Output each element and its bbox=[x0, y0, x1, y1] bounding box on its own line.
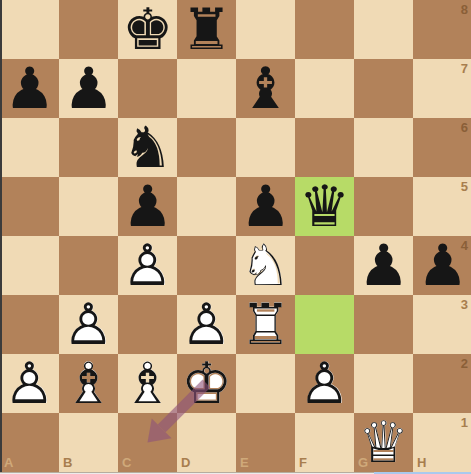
black-pawn[interactable]: ♟ bbox=[354, 236, 413, 295]
square-e5[interactable]: ♟ bbox=[236, 177, 295, 236]
square-a6[interactable] bbox=[0, 118, 59, 177]
square-d6[interactable] bbox=[177, 118, 236, 177]
black-bishop[interactable]: ♝ bbox=[236, 59, 295, 118]
square-c6[interactable]: ♞ bbox=[118, 118, 177, 177]
black-knight[interactable]: ♞ bbox=[118, 118, 177, 177]
rank-label-8: 8 bbox=[461, 2, 468, 17]
square-a2[interactable]: ♟♙ bbox=[0, 354, 59, 413]
square-c4[interactable]: ♟♙ bbox=[118, 236, 177, 295]
black-king[interactable]: ♚ bbox=[118, 0, 177, 59]
square-h5[interactable]: 5 bbox=[413, 177, 471, 236]
square-g1[interactable]: G♛♕ bbox=[354, 413, 413, 472]
file-label-e: E bbox=[240, 455, 249, 470]
file-label-c: C bbox=[122, 455, 131, 470]
square-b2[interactable]: ♝♗ bbox=[59, 354, 118, 413]
rank-label-2: 2 bbox=[461, 356, 468, 371]
square-f7[interactable] bbox=[295, 59, 354, 118]
square-h4[interactable]: 4♟ bbox=[413, 236, 471, 295]
square-a4[interactable] bbox=[0, 236, 59, 295]
square-h6[interactable]: 6 bbox=[413, 118, 471, 177]
rank-label-6: 6 bbox=[461, 120, 468, 135]
rank-label-5: 5 bbox=[461, 179, 468, 194]
square-d5[interactable] bbox=[177, 177, 236, 236]
square-d8[interactable]: ♜ bbox=[177, 0, 236, 59]
white-pawn-outline: ♙ bbox=[295, 354, 354, 413]
square-g8[interactable] bbox=[354, 0, 413, 59]
square-f1[interactable]: F bbox=[295, 413, 354, 472]
square-e2[interactable] bbox=[236, 354, 295, 413]
square-d4[interactable] bbox=[177, 236, 236, 295]
square-c5[interactable]: ♟ bbox=[118, 177, 177, 236]
white-queen-outline: ♕ bbox=[354, 413, 413, 472]
file-label-b: B bbox=[63, 455, 72, 470]
square-a7[interactable]: ♟ bbox=[0, 59, 59, 118]
file-label-a: A bbox=[4, 455, 13, 470]
square-b5[interactable] bbox=[59, 177, 118, 236]
white-pawn-outline: ♙ bbox=[177, 295, 236, 354]
square-e8[interactable] bbox=[236, 0, 295, 59]
square-h2[interactable]: 2 bbox=[413, 354, 471, 413]
square-e7[interactable]: ♝ bbox=[236, 59, 295, 118]
square-a1[interactable]: A bbox=[0, 413, 59, 472]
square-e1[interactable]: E bbox=[236, 413, 295, 472]
square-c3[interactable] bbox=[118, 295, 177, 354]
square-b6[interactable] bbox=[59, 118, 118, 177]
rank-label-3: 3 bbox=[461, 297, 468, 312]
square-g5[interactable] bbox=[354, 177, 413, 236]
white-pawn-outline: ♙ bbox=[59, 295, 118, 354]
square-d1[interactable]: D bbox=[177, 413, 236, 472]
square-h1[interactable]: H1 bbox=[413, 413, 471, 472]
square-c8[interactable]: ♚ bbox=[118, 0, 177, 59]
white-knight-outline: ♘ bbox=[236, 236, 295, 295]
square-a5[interactable] bbox=[0, 177, 59, 236]
square-c2[interactable]: ♝♗ bbox=[118, 354, 177, 413]
square-b7[interactable]: ♟ bbox=[59, 59, 118, 118]
square-h3[interactable]: 3 bbox=[413, 295, 471, 354]
square-b4[interactable] bbox=[59, 236, 118, 295]
square-g6[interactable] bbox=[354, 118, 413, 177]
rank-label-7: 7 bbox=[461, 61, 468, 76]
board-left-border bbox=[0, 0, 2, 472]
square-a8[interactable] bbox=[0, 0, 59, 59]
square-g4[interactable]: ♟ bbox=[354, 236, 413, 295]
square-f4[interactable] bbox=[295, 236, 354, 295]
square-b3[interactable]: ♟♙ bbox=[59, 295, 118, 354]
square-f5[interactable]: ♛ bbox=[295, 177, 354, 236]
square-e3[interactable]: ♜♖ bbox=[236, 295, 295, 354]
white-pawn-outline: ♙ bbox=[118, 236, 177, 295]
square-e6[interactable] bbox=[236, 118, 295, 177]
square-d2[interactable]: ♚♔ bbox=[177, 354, 236, 413]
square-b1[interactable]: B bbox=[59, 413, 118, 472]
file-label-h: H bbox=[417, 455, 426, 470]
square-c7[interactable] bbox=[118, 59, 177, 118]
square-f3[interactable] bbox=[295, 295, 354, 354]
square-d3[interactable]: ♟♙ bbox=[177, 295, 236, 354]
white-king-outline: ♔ bbox=[177, 354, 236, 413]
square-b8[interactable] bbox=[59, 0, 118, 59]
black-pawn[interactable]: ♟ bbox=[118, 177, 177, 236]
black-rook[interactable]: ♜ bbox=[177, 0, 236, 59]
square-g3[interactable] bbox=[354, 295, 413, 354]
black-pawn[interactable]: ♟ bbox=[0, 59, 59, 118]
square-f6[interactable] bbox=[295, 118, 354, 177]
square-g7[interactable] bbox=[354, 59, 413, 118]
square-f2[interactable]: ♟♙ bbox=[295, 354, 354, 413]
square-g2[interactable] bbox=[354, 354, 413, 413]
white-bishop-outline: ♗ bbox=[118, 354, 177, 413]
black-pawn[interactable]: ♟ bbox=[59, 59, 118, 118]
square-h8[interactable]: 8 bbox=[413, 0, 471, 59]
chess-board-viewport: ♚♜8♟♟♝7♞6♟♟♛5♟♙♞♘♟4♟♟♙♟♙♜♖3♟♙♝♗♝♗♚♔♟♙2AB… bbox=[0, 0, 471, 474]
black-queen[interactable]: ♛ bbox=[295, 177, 354, 236]
file-label-f: F bbox=[299, 455, 307, 470]
chess-board: ♚♜8♟♟♝7♞6♟♟♛5♟♙♞♘♟4♟♟♙♟♙♜♖3♟♙♝♗♝♗♚♔♟♙2AB… bbox=[0, 0, 471, 472]
file-label-d: D bbox=[181, 455, 190, 470]
rank-label-1: 1 bbox=[461, 415, 468, 430]
square-c1[interactable]: C bbox=[118, 413, 177, 472]
square-e4[interactable]: ♞♘ bbox=[236, 236, 295, 295]
square-f8[interactable] bbox=[295, 0, 354, 59]
white-pawn-outline: ♙ bbox=[0, 354, 59, 413]
square-h7[interactable]: 7 bbox=[413, 59, 471, 118]
square-d7[interactable] bbox=[177, 59, 236, 118]
black-pawn[interactable]: ♟ bbox=[236, 177, 295, 236]
square-a3[interactable] bbox=[0, 295, 59, 354]
black-pawn[interactable]: ♟ bbox=[413, 236, 471, 295]
white-bishop-outline: ♗ bbox=[59, 354, 118, 413]
white-rook-outline: ♖ bbox=[236, 295, 295, 354]
